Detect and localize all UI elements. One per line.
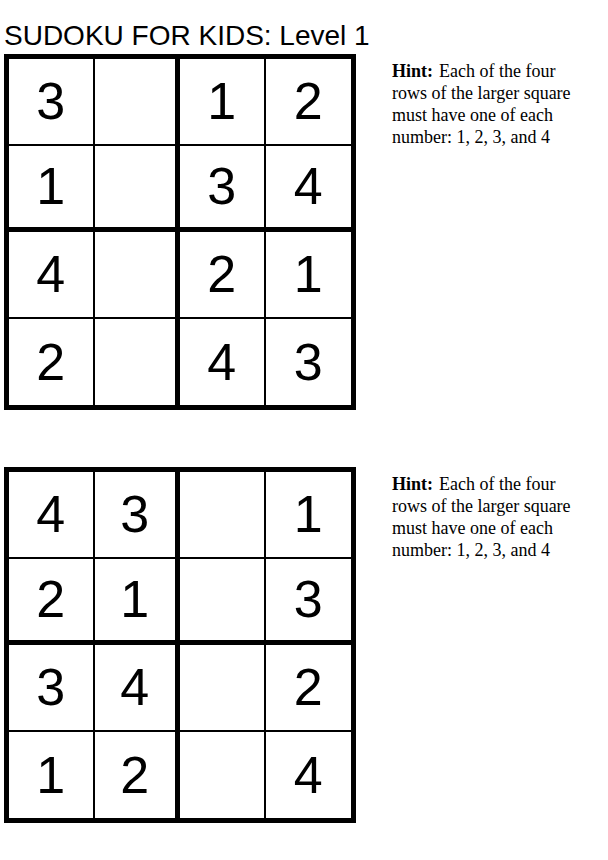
hint-line: number: 1, 2, 3, and 4 [392,540,550,560]
puzzle1-cell-r4c2[interactable] [95,319,181,406]
puzzle2-cell-r4c2: 2 [95,732,181,819]
puzzle1-cell-r3c1: 4 [9,232,95,319]
puzzle2-cell-r2c4: 3 [266,559,352,646]
puzzle2-cell-r2c3[interactable] [180,559,266,646]
puzzle2-cell-r1c3[interactable] [180,472,266,559]
puzzle1-cell-r1c3: 1 [180,59,266,146]
page-title: SUDOKU FOR KIDS: Level 1 [4,19,370,53]
puzzle1-cell-r1c4: 2 [266,59,352,146]
puzzle1-cell-r1c1: 3 [9,59,95,146]
puzzle1-cell-r3c3: 2 [180,232,266,319]
hint-line: rows of the larger square [392,83,571,103]
puzzle1-cell-r4c3: 4 [180,319,266,406]
puzzle2-cell-r4c3[interactable] [180,732,266,819]
puzzle1-cell-r2c2[interactable] [95,146,181,233]
puzzle2-cell-r4c1: 1 [9,732,95,819]
puzzle2-cell-r4c4: 4 [266,732,352,819]
hint-text-1: Hint:Each of the four rows of the larger… [392,60,608,148]
puzzle2-cell-r1c2: 3 [95,472,181,559]
puzzle2-cell-r1c1: 4 [9,472,95,559]
puzzle1-cell-r2c4: 4 [266,146,352,233]
hint-label: Hint: [392,61,433,81]
puzzle1-cell-r1c2[interactable] [95,59,181,146]
puzzle1-cell-r4c1: 2 [9,319,95,406]
sudoku-grid-1: 312134421243 [4,54,356,410]
puzzle2-cell-r3c1: 3 [9,645,95,732]
puzzle2-cell-r3c3[interactable] [180,645,266,732]
puzzle1-cell-r4c4: 3 [266,319,352,406]
puzzle1-cell-r3c4: 1 [266,232,352,319]
hint-line: must have one of each [392,105,553,125]
hint-line: must have one of each [392,518,553,538]
hint-line: Each of the four [439,61,555,81]
hint-line: number: 1, 2, 3, and 4 [392,127,550,147]
puzzle2-cell-r3c4: 2 [266,645,352,732]
hint-label: Hint: [392,474,433,494]
puzzle2-cell-r2c2: 1 [95,559,181,646]
hint-line: rows of the larger square [392,496,571,516]
puzzle2-cell-r1c4: 1 [266,472,352,559]
sudoku-grid-2: 431213342124 [4,467,356,823]
hint-line: Each of the four [439,474,555,494]
puzzle1-cell-r2c1: 1 [9,146,95,233]
hint-text-2: Hint:Each of the four rows of the larger… [392,473,608,561]
puzzle1-cell-r3c2[interactable] [95,232,181,319]
puzzle2-cell-r2c1: 2 [9,559,95,646]
puzzle2-cell-r3c2: 4 [95,645,181,732]
puzzle1-cell-r2c3: 3 [180,146,266,233]
